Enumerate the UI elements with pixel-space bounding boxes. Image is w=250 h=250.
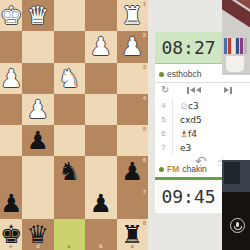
square-c5[interactable] (54, 125, 86, 156)
square-d1[interactable]: ♛ (22, 0, 54, 31)
move-number: 5 (155, 113, 173, 127)
player-top-name: esthobch (167, 69, 202, 79)
player-bottom[interactable]: FM chakin (159, 163, 207, 175)
square-a4[interactable]: 4 (117, 94, 149, 125)
square-e4[interactable] (0, 94, 22, 125)
square-d8[interactable]: ♛d (22, 219, 54, 250)
square-b3[interactable] (85, 63, 117, 94)
move-san[interactable]: ♘c3 (173, 99, 199, 113)
square-d3[interactable] (22, 63, 54, 94)
move-nav-bar: ↻ (155, 83, 250, 98)
file-label-e: e (9, 243, 12, 249)
square-b1[interactable] (85, 0, 117, 31)
webcam-bottom-shadow (224, 162, 240, 184)
rank-label-8: 8 (143, 220, 146, 226)
panel-bottom-spacer (155, 213, 222, 250)
move-san[interactable]: e3 (173, 141, 191, 155)
black-piece-P: ♟ (85, 188, 117, 219)
active-player-underline (155, 177, 222, 180)
move-row[interactable]: 6♗f4 (155, 127, 250, 141)
square-c3[interactable]: ♞ (54, 63, 86, 94)
pen-cup (226, 56, 244, 72)
square-a2[interactable]: ♟2 (117, 31, 149, 62)
rank-label-5: 5 (143, 126, 146, 132)
rank-label-2: 2 (143, 32, 146, 38)
player-bottom-name: chakin (182, 164, 207, 174)
square-a1[interactable]: ♜1 (117, 0, 149, 31)
square-d4[interactable]: ♟ (22, 94, 54, 125)
file-label-b: b (99, 243, 103, 249)
square-d6[interactable] (22, 156, 54, 187)
square-a5[interactable]: 5 (117, 125, 149, 156)
square-e7[interactable]: ♟ (0, 188, 22, 219)
board-panel-gap (148, 0, 155, 250)
square-b7[interactable]: ♟ (85, 188, 117, 219)
pen-cup-pens (224, 38, 247, 54)
white-piece-Q: ♛ (22, 0, 54, 31)
black-piece-P: ♟ (0, 188, 22, 219)
white-piece-P: ♟ (22, 94, 54, 125)
square-d7[interactable] (22, 188, 54, 219)
square-e1[interactable]: ♚ (0, 0, 22, 31)
square-c8[interactable]: c (54, 219, 86, 250)
chess-board[interactable]: ♚♛♜1♟♟2♟♞3♟4♟5♞♟6♟♟7♚e♛dcb♜8a (0, 0, 148, 250)
square-c4[interactable] (54, 94, 86, 125)
move-san[interactable]: ♗f4 (173, 127, 197, 141)
rank-label-3: 3 (143, 64, 146, 70)
white-piece-P: ♟ (85, 31, 117, 62)
square-a8[interactable]: ♜8a (117, 219, 149, 250)
rank-label-6: 6 (143, 157, 146, 163)
square-c2[interactable] (54, 31, 86, 62)
file-label-c: c (68, 243, 71, 249)
square-b8[interactable]: b (85, 219, 117, 250)
move-number: 4 (155, 99, 173, 113)
square-e6[interactable] (0, 156, 22, 187)
square-b5[interactable] (85, 125, 117, 156)
white-piece-K: ♚ (0, 0, 22, 31)
rank-label-4: 4 (143, 95, 146, 101)
square-c1[interactable] (54, 0, 86, 31)
rank-label-1: 1 (143, 1, 146, 7)
move-san[interactable]: cxd5 (173, 113, 202, 127)
square-d2[interactable] (22, 31, 54, 62)
online-dot (159, 72, 164, 77)
clock-black: 09:45 (155, 181, 222, 212)
black-piece-P: ♟ (22, 125, 54, 156)
chess-stream-app: ♚♛♜1♟♟2♟♞3♟4♟5♞♟6♟♟7♚e♛dcb♜8a 08:27 esth… (0, 0, 250, 250)
webcam-top (222, 0, 250, 75)
microphone-button[interactable] (230, 218, 245, 233)
white-piece-N: ♞ (54, 63, 86, 94)
square-b2[interactable]: ♟ (85, 31, 117, 62)
skip-to-start-icon[interactable] (187, 83, 201, 97)
square-e5[interactable] (0, 125, 22, 156)
move-row[interactable]: 4♘c3 (155, 99, 250, 113)
file-label-a: a (131, 243, 134, 249)
square-a6[interactable]: ♟6 (117, 156, 149, 187)
white-piece-P: ♟ (0, 63, 22, 94)
webcam-bottom (222, 160, 250, 250)
move-row[interactable]: 5cxd5 (155, 113, 250, 127)
cycle-icon[interactable]: ↻ (161, 83, 169, 97)
online-dot (159, 167, 164, 172)
skip-to-end-icon[interactable] (224, 83, 232, 97)
square-a3[interactable]: 3 (117, 63, 149, 94)
clock-white: 08:27 (155, 32, 222, 64)
square-c7[interactable] (54, 188, 86, 219)
black-piece-N: ♞ (54, 156, 86, 187)
square-d5[interactable]: ♟ (22, 125, 54, 156)
move-number: 7 (155, 141, 173, 155)
square-e3[interactable]: ♟ (0, 63, 22, 94)
move-list: 4♘c35cxd56♗f47e3 (155, 99, 250, 155)
player-bottom-title: FM (167, 164, 179, 174)
square-b6[interactable] (85, 156, 117, 187)
move-number: 6 (155, 127, 173, 141)
square-a7[interactable]: 7 (117, 188, 149, 219)
square-c6[interactable]: ♞ (54, 156, 86, 187)
square-b4[interactable] (85, 94, 117, 125)
rank-label-7: 7 (143, 189, 146, 195)
square-e2[interactable] (0, 31, 22, 62)
file-label-d: d (36, 243, 40, 249)
square-e8[interactable]: ♚e (0, 219, 22, 250)
player-top[interactable]: esthobch (159, 68, 202, 80)
